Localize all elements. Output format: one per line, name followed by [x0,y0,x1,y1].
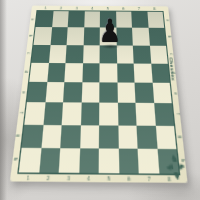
coordinate-label: 1 [26,175,30,181]
coordinate-label: h [12,158,18,162]
coordinate-label: c [169,53,174,56]
coordinate-label: e [21,90,26,93]
coordinate-label: 2 [60,6,63,10]
square [67,27,84,44]
coordinate-label: d [23,71,28,74]
coordinate-label: 6 [122,7,125,11]
square [59,148,80,173]
square [99,148,119,173]
square [36,11,54,27]
square [154,103,174,125]
square [99,82,117,103]
coordinate-label: b [167,35,171,38]
coordinate-label: g [178,135,183,138]
square [117,83,136,104]
photo-scene: 12345678 12345678 abcdefgh abcdefgh Ches… [0,0,200,200]
coordinate-label: 5 [106,6,109,10]
square [80,125,100,148]
square [65,45,83,63]
square [152,83,172,104]
square [135,103,155,125]
square [22,124,43,147]
square [99,63,117,82]
square [147,12,164,28]
square [27,82,47,103]
square [134,63,152,82]
square [132,28,149,45]
coordinate-label: c [26,52,31,55]
square [52,11,69,27]
coordinate-label: e [173,92,178,95]
square [138,148,159,173]
four-knights-diamond-logo: ♞ ♞ ♞ ♞ [166,156,186,180]
brand-text: Chessex [168,57,176,81]
coordinate-label: a [30,18,34,20]
square [79,148,99,173]
coordinate-label: 7 [147,176,151,182]
coordinate-label: f [175,113,180,116]
square [39,148,61,173]
coordinate-label: 5 [107,175,110,181]
square [99,125,118,148]
square [31,44,50,62]
coordinate-label: g [15,134,20,137]
square [41,124,62,147]
black-pawn-piece: ♟ [98,15,123,47]
square [43,103,63,125]
coordinate-label: 3 [75,6,78,10]
square [29,63,48,82]
square [34,27,52,44]
square [19,148,41,173]
square [48,45,66,63]
file-labels-bottom: 12345678 [18,175,180,182]
knight-icon: ♞ [166,162,176,171]
square [148,28,166,45]
square [118,148,139,173]
square [131,12,148,28]
square [60,124,80,147]
square [135,83,154,104]
coordinate-label: 4 [87,175,90,181]
coordinate-label: 4 [91,6,94,10]
square [82,63,100,82]
square [133,45,151,63]
square [47,63,66,82]
square [45,82,64,103]
square [83,45,100,63]
square [62,103,81,125]
coordinate-label: 3 [67,175,71,181]
square [24,102,45,124]
square [68,11,85,27]
coordinate-label: 6 [127,176,131,182]
square [99,103,118,125]
coordinate-label: 8 [153,7,156,11]
coordinate-label: a [166,19,170,21]
square [137,125,157,149]
coordinate-label: b [28,34,33,37]
square [117,103,136,125]
square [63,82,82,103]
coordinate-label: 2 [46,175,50,181]
square [151,63,170,82]
square [64,63,82,82]
square [50,27,68,44]
coordinate-label: 1 [44,6,47,10]
square [118,125,138,149]
square [81,82,99,103]
square [155,125,176,149]
square [80,103,99,125]
coordinate-label: 7 [138,7,141,11]
square [117,63,135,82]
file-labels-top: 12345678 [38,6,163,10]
square [149,45,167,63]
coordinate-label: f [18,111,23,114]
